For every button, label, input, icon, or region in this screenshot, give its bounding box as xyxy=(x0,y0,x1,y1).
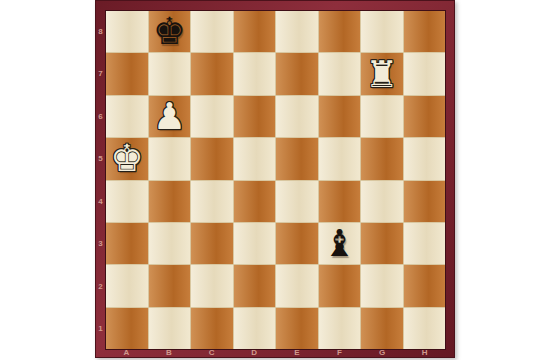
square-f2[interactable] xyxy=(319,265,361,306)
square-c7[interactable] xyxy=(191,53,233,94)
piece-white-rook-g7[interactable]: ♜ xyxy=(361,53,403,94)
square-g1[interactable] xyxy=(361,308,403,349)
square-g7[interactable]: ♜ xyxy=(361,53,403,94)
piece-white-king-a5[interactable]: ♚ xyxy=(106,138,148,179)
square-e7[interactable] xyxy=(276,53,318,94)
board-grid: ♚♜♟♚♝ xyxy=(105,10,446,350)
square-g5[interactable] xyxy=(361,138,403,179)
square-c6[interactable] xyxy=(191,96,233,137)
square-c8[interactable] xyxy=(191,11,233,52)
square-f4[interactable] xyxy=(319,181,361,222)
square-g4[interactable] xyxy=(361,181,403,222)
rank-label-4: 4 xyxy=(96,180,105,223)
square-f6[interactable] xyxy=(319,96,361,137)
square-c1[interactable] xyxy=(191,308,233,349)
rank-labels: 87654321 xyxy=(96,10,105,350)
square-d3[interactable] xyxy=(234,223,276,264)
square-a8[interactable] xyxy=(106,11,148,52)
square-h4[interactable] xyxy=(404,181,446,222)
square-e6[interactable] xyxy=(276,96,318,137)
square-b3[interactable] xyxy=(149,223,191,264)
square-e8[interactable] xyxy=(276,11,318,52)
square-h1[interactable] xyxy=(404,308,446,349)
page-background: 87654321 ABCDEFGH ♚♜♟♚♝ xyxy=(0,0,540,360)
square-a6[interactable] xyxy=(106,96,148,137)
square-d7[interactable] xyxy=(234,53,276,94)
square-h6[interactable] xyxy=(404,96,446,137)
square-h7[interactable] xyxy=(404,53,446,94)
chess-board: 87654321 ABCDEFGH ♚♜♟♚♝ xyxy=(95,0,455,358)
square-b2[interactable] xyxy=(149,265,191,306)
square-h8[interactable] xyxy=(404,11,446,52)
square-c2[interactable] xyxy=(191,265,233,306)
piece-black-bishop-f3[interactable]: ♝ xyxy=(319,223,361,264)
rank-label-7: 7 xyxy=(96,53,105,96)
rank-label-6: 6 xyxy=(96,95,105,138)
square-g8[interactable] xyxy=(361,11,403,52)
square-d1[interactable] xyxy=(234,308,276,349)
square-d4[interactable] xyxy=(234,181,276,222)
rank-label-8: 8 xyxy=(96,10,105,53)
square-h5[interactable] xyxy=(404,138,446,179)
square-g6[interactable] xyxy=(361,96,403,137)
square-e2[interactable] xyxy=(276,265,318,306)
square-b5[interactable] xyxy=(149,138,191,179)
square-f3[interactable]: ♝ xyxy=(319,223,361,264)
square-d2[interactable] xyxy=(234,265,276,306)
square-a3[interactable] xyxy=(106,223,148,264)
square-h2[interactable] xyxy=(404,265,446,306)
square-b8[interactable]: ♚ xyxy=(149,11,191,52)
square-a2[interactable] xyxy=(106,265,148,306)
square-f8[interactable] xyxy=(319,11,361,52)
square-c3[interactable] xyxy=(191,223,233,264)
square-d8[interactable] xyxy=(234,11,276,52)
square-e5[interactable] xyxy=(276,138,318,179)
square-a1[interactable] xyxy=(106,308,148,349)
square-g2[interactable] xyxy=(361,265,403,306)
rank-label-2: 2 xyxy=(96,265,105,308)
rank-label-3: 3 xyxy=(96,223,105,266)
rank-label-1: 1 xyxy=(96,308,105,351)
square-a5[interactable]: ♚ xyxy=(106,138,148,179)
square-e4[interactable] xyxy=(276,181,318,222)
square-b4[interactable] xyxy=(149,181,191,222)
square-b6[interactable]: ♟ xyxy=(149,96,191,137)
square-a7[interactable] xyxy=(106,53,148,94)
square-a4[interactable] xyxy=(106,181,148,222)
piece-white-pawn-b6[interactable]: ♟ xyxy=(149,96,191,137)
square-c4[interactable] xyxy=(191,181,233,222)
square-e1[interactable] xyxy=(276,308,318,349)
square-h3[interactable] xyxy=(404,223,446,264)
square-e3[interactable] xyxy=(276,223,318,264)
square-f5[interactable] xyxy=(319,138,361,179)
square-b1[interactable] xyxy=(149,308,191,349)
square-d6[interactable] xyxy=(234,96,276,137)
square-g3[interactable] xyxy=(361,223,403,264)
square-b7[interactable] xyxy=(149,53,191,94)
square-f7[interactable] xyxy=(319,53,361,94)
piece-black-king-b8[interactable]: ♚ xyxy=(149,11,191,52)
square-c5[interactable] xyxy=(191,138,233,179)
square-d5[interactable] xyxy=(234,138,276,179)
rank-label-5: 5 xyxy=(96,138,105,181)
square-f1[interactable] xyxy=(319,308,361,349)
